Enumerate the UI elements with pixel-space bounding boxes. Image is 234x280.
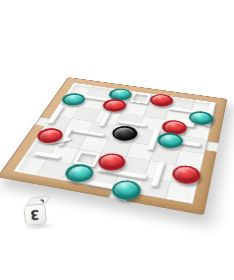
red-cap-top [98, 154, 125, 171]
frame-slot-right [205, 141, 218, 152]
teal-cap-top [158, 133, 182, 148]
wooden-frame [0, 77, 227, 215]
teal-cap-piece[interactable] [158, 133, 182, 148]
dice-front-face: 3 [23, 203, 47, 226]
dice-value: 3 [30, 208, 40, 221]
game-board [0, 77, 227, 215]
dice[interactable]: 3 [23, 196, 54, 229]
teal-cap-piece[interactable] [190, 111, 212, 124]
red-cap-top [151, 94, 173, 106]
red-cap-top [103, 99, 126, 111]
board-cell [165, 181, 196, 203]
red-cap-piece[interactable] [103, 99, 126, 111]
black-cap-top [112, 126, 136, 140]
red-cap-piece[interactable] [98, 154, 125, 171]
product-photo-scene: 3 [0, 0, 234, 280]
red-cap-piece[interactable] [151, 94, 173, 106]
maze-board-surface [14, 83, 217, 204]
teal-cap-piece[interactable] [112, 180, 140, 199]
red-cap-piece[interactable] [173, 166, 199, 184]
red-cap-top [173, 166, 199, 184]
teal-cap-top [112, 180, 140, 199]
teal-cap-top [190, 111, 212, 124]
black-cap-piece[interactable] [112, 126, 136, 140]
